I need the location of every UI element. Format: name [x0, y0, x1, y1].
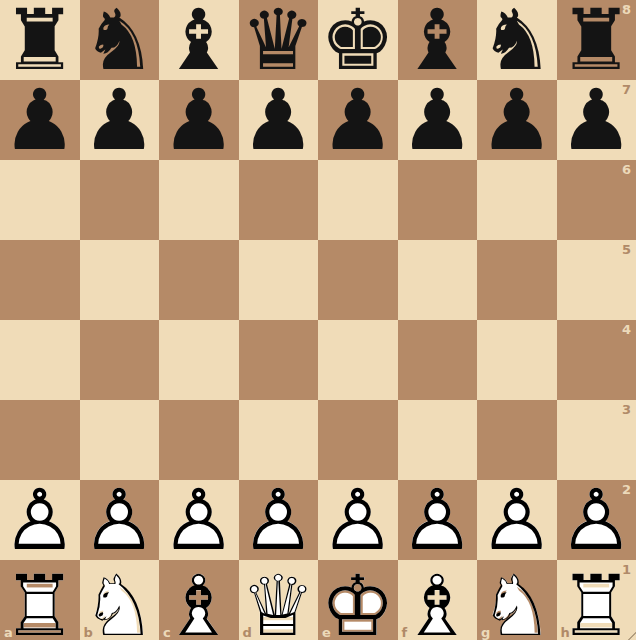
square-d2[interactable]: ♟♙ — [239, 480, 319, 560]
square-c1[interactable]: ♝♗c — [159, 560, 239, 640]
square-f5[interactable] — [398, 240, 478, 320]
square-b6[interactable] — [80, 160, 160, 240]
square-c8[interactable]: ♝ — [159, 0, 239, 80]
piece-black-king[interactable]: ♚ — [318, 0, 398, 80]
piece-glyph: ♞ — [80, 0, 160, 80]
square-d4[interactable] — [239, 320, 319, 400]
square-b8[interactable]: ♞ — [80, 0, 160, 80]
square-c5[interactable] — [159, 240, 239, 320]
square-f8[interactable]: ♝ — [398, 0, 478, 80]
square-d7[interactable]: ♟ — [239, 80, 319, 160]
piece-black-knight[interactable]: ♞ — [477, 0, 557, 80]
piece-glyph: ♝ — [398, 0, 478, 80]
file-label-a: a — [4, 625, 13, 640]
square-h1[interactable]: ♜♖1h — [557, 560, 636, 640]
square-e2[interactable]: ♟♙ — [318, 480, 398, 560]
piece-outline-glyph: ♙ — [80, 480, 160, 560]
square-h8[interactable]: ♜8 — [557, 0, 636, 80]
square-g5[interactable] — [477, 240, 557, 320]
square-a5[interactable] — [0, 240, 80, 320]
square-b2[interactable]: ♟♙ — [80, 480, 160, 560]
square-a3[interactable] — [0, 400, 80, 480]
piece-glyph: ♞ — [477, 0, 557, 80]
piece-white-pawn[interactable]: ♟♙ — [159, 480, 239, 560]
rank-label-6: 6 — [622, 162, 631, 177]
rank-label-1: 1 — [622, 562, 631, 577]
square-e7[interactable]: ♟ — [318, 80, 398, 160]
square-e8[interactable]: ♚ — [318, 0, 398, 80]
square-c4[interactable] — [159, 320, 239, 400]
square-b4[interactable] — [80, 320, 160, 400]
rank-label-5: 5 — [622, 242, 631, 257]
piece-outline-glyph: ♙ — [0, 480, 80, 560]
file-label-c: c — [163, 625, 171, 640]
square-a7[interactable]: ♟ — [0, 80, 80, 160]
square-e1[interactable]: ♚♔e — [318, 560, 398, 640]
piece-outline-glyph: ♗ — [398, 566, 478, 640]
square-a8[interactable]: ♜ — [0, 0, 80, 80]
square-a4[interactable] — [0, 320, 80, 400]
square-d6[interactable] — [239, 160, 319, 240]
piece-white-pawn[interactable]: ♟♙ — [239, 480, 319, 560]
square-h7[interactable]: ♟7 — [557, 80, 636, 160]
square-b7[interactable]: ♟ — [80, 80, 160, 160]
piece-glyph: ♟ — [318, 80, 398, 160]
file-label-g: g — [481, 625, 490, 640]
file-label-d: d — [243, 625, 252, 640]
piece-glyph: ♚ — [318, 0, 398, 80]
piece-glyph: ♛ — [239, 0, 319, 80]
square-g1[interactable]: ♞♘g — [477, 560, 557, 640]
piece-glyph: ♟ — [398, 80, 478, 160]
square-h4[interactable]: 4 — [557, 320, 636, 400]
square-g7[interactable]: ♟ — [477, 80, 557, 160]
piece-black-pawn[interactable]: ♟ — [398, 80, 478, 160]
rank-label-8: 8 — [622, 2, 631, 17]
rank-label-4: 4 — [622, 322, 631, 337]
piece-white-pawn[interactable]: ♟♙ — [80, 480, 160, 560]
piece-black-rook[interactable]: ♜ — [0, 0, 80, 80]
piece-glyph: ♜ — [0, 0, 80, 80]
piece-black-bishop[interactable]: ♝ — [159, 0, 239, 80]
piece-outline-glyph: ♙ — [398, 480, 478, 560]
square-h5[interactable]: 5 — [557, 240, 636, 320]
square-f4[interactable] — [398, 320, 478, 400]
piece-glyph: ♟ — [0, 80, 80, 160]
piece-black-pawn[interactable]: ♟ — [159, 80, 239, 160]
square-g3[interactable] — [477, 400, 557, 480]
square-b3[interactable] — [80, 400, 160, 480]
square-h3[interactable]: 3 — [557, 400, 636, 480]
square-d5[interactable] — [239, 240, 319, 320]
rank-label-2: 2 — [622, 482, 631, 497]
square-a1[interactable]: ♜♖a — [0, 560, 80, 640]
file-label-f: f — [402, 625, 408, 640]
piece-glyph: ♝ — [159, 0, 239, 80]
piece-white-pawn[interactable]: ♟♙ — [477, 480, 557, 560]
square-c2[interactable]: ♟♙ — [159, 480, 239, 560]
square-e5[interactable] — [318, 240, 398, 320]
piece-white-bishop[interactable]: ♝♗ — [159, 566, 239, 640]
piece-glyph: ♟ — [80, 80, 160, 160]
square-b5[interactable] — [80, 240, 160, 320]
piece-black-pawn[interactable]: ♟ — [477, 80, 557, 160]
square-f3[interactable] — [398, 400, 478, 480]
square-h6[interactable]: 6 — [557, 160, 636, 240]
rank-label-3: 3 — [622, 402, 631, 417]
square-c6[interactable] — [159, 160, 239, 240]
file-label-b: b — [84, 625, 93, 640]
square-f2[interactable]: ♟♙ — [398, 480, 478, 560]
square-c7[interactable]: ♟ — [159, 80, 239, 160]
piece-black-queen[interactable]: ♛ — [239, 0, 319, 80]
square-f7[interactable]: ♟ — [398, 80, 478, 160]
square-b1[interactable]: ♞♘b — [80, 560, 160, 640]
square-g6[interactable] — [477, 160, 557, 240]
piece-black-knight[interactable]: ♞ — [80, 0, 160, 80]
piece-outline-glyph: ♙ — [477, 480, 557, 560]
piece-glyph: ♟ — [477, 80, 557, 160]
piece-white-pawn[interactable]: ♟♙ — [318, 480, 398, 560]
chess-board: ♜♞♝♛♚♝♞♜8♟♟♟♟♟♟♟♟76543♟♙♟♙♟♙♟♙♟♙♟♙♟♙♟♙2♜… — [0, 0, 636, 640]
piece-outline-glyph: ♙ — [159, 480, 239, 560]
rank-label-7: 7 — [622, 82, 631, 97]
square-g4[interactable] — [477, 320, 557, 400]
square-e4[interactable] — [318, 320, 398, 400]
piece-black-pawn[interactable]: ♟ — [318, 80, 398, 160]
square-e6[interactable] — [318, 160, 398, 240]
piece-black-bishop[interactable]: ♝ — [398, 0, 478, 80]
square-d8[interactable]: ♛ — [239, 0, 319, 80]
piece-white-pawn[interactable]: ♟♙ — [398, 480, 478, 560]
square-f1[interactable]: ♝♗f — [398, 560, 478, 640]
square-a6[interactable] — [0, 160, 80, 240]
square-c3[interactable] — [159, 400, 239, 480]
square-a2[interactable]: ♟♙ — [0, 480, 80, 560]
square-h2[interactable]: ♟♙2 — [557, 480, 636, 560]
piece-black-pawn[interactable]: ♟ — [0, 80, 80, 160]
piece-outline-glyph: ♗ — [159, 566, 239, 640]
square-g8[interactable]: ♞ — [477, 0, 557, 80]
piece-glyph: ♟ — [239, 80, 319, 160]
piece-outline-glyph: ♙ — [239, 480, 319, 560]
piece-black-pawn[interactable]: ♟ — [239, 80, 319, 160]
piece-white-bishop[interactable]: ♝♗ — [398, 566, 478, 640]
square-d3[interactable] — [239, 400, 319, 480]
square-e3[interactable] — [318, 400, 398, 480]
square-g2[interactable]: ♟♙ — [477, 480, 557, 560]
piece-white-pawn[interactable]: ♟♙ — [0, 480, 80, 560]
square-d1[interactable]: ♛♕d — [239, 560, 319, 640]
square-f6[interactable] — [398, 160, 478, 240]
file-label-h: h — [561, 625, 570, 640]
file-label-e: e — [322, 625, 331, 640]
piece-glyph: ♟ — [159, 80, 239, 160]
piece-outline-glyph: ♙ — [318, 480, 398, 560]
piece-black-pawn[interactable]: ♟ — [80, 80, 160, 160]
